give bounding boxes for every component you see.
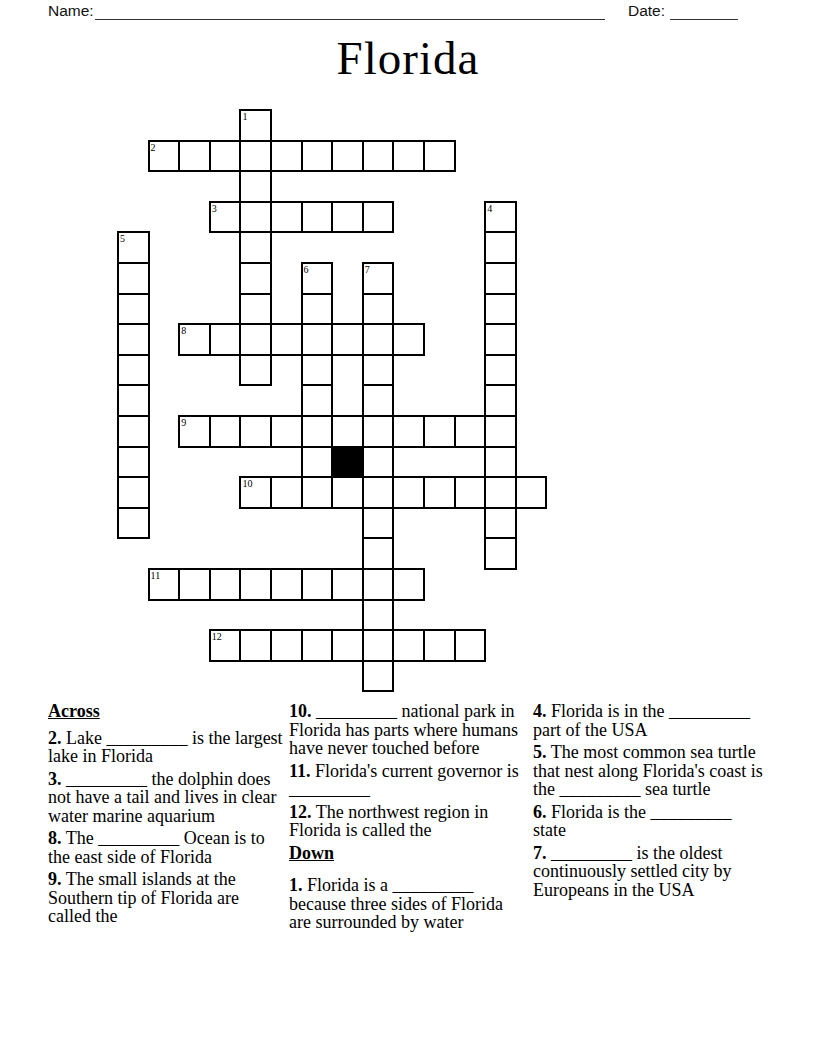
clue-number: 6. [533,802,547,822]
clue-number: 5. [533,742,547,762]
clue-number: 4. [533,701,547,721]
cell-number-1: 1 [242,112,247,122]
grid-cell[interactable] [117,293,150,326]
grid-cell[interactable] [362,354,395,387]
grid-cell[interactable] [301,354,334,387]
name-label: Name: [48,2,94,20]
grid-cell[interactable] [301,140,334,173]
cell-number-12: 12 [212,632,222,642]
grid-cell[interactable] [362,140,395,173]
grid-cell[interactable] [362,201,395,234]
grid-cell[interactable] [484,293,517,326]
grid-cell[interactable] [209,568,242,601]
cell-number-3: 3 [212,204,217,214]
grid-cell[interactable] [331,568,364,601]
grid-cell[interactable] [423,629,456,662]
grid-cell[interactable] [454,476,487,509]
grid-cell[interactable] [484,262,517,295]
grid-cell[interactable] [270,323,303,356]
grid-cell[interactable] [362,293,395,326]
grid-cell[interactable] [239,170,272,203]
grid-cell[interactable] [239,262,272,295]
grid-cell[interactable] [454,629,487,662]
grid-cell[interactable] [117,262,150,295]
grid-cell[interactable] [239,293,272,326]
grid-cell[interactable] [301,629,334,662]
grid-cell[interactable] [239,568,272,601]
grid-cell[interactable] [484,537,517,570]
grid-cell[interactable] [362,415,395,448]
grid-cell[interactable] [362,507,395,540]
clue-9: 9. The small islands at the Southern tip… [48,870,285,926]
grid-cell[interactable] [117,323,150,356]
grid-cell[interactable] [362,384,395,417]
grid-cell[interactable] [331,629,364,662]
grid-cell[interactable] [392,415,425,448]
grid-cell[interactable] [239,140,272,173]
grid-cell[interactable] [423,476,456,509]
clue-heading-down: Down [289,844,520,863]
grid-cell[interactable] [239,201,272,234]
clue-number: 12. [289,802,312,822]
grid-cell[interactable] [484,231,517,264]
grid-cell[interactable] [301,446,334,479]
grid-cell[interactable] [239,323,272,356]
grid-cell[interactable] [301,323,334,356]
grid-cell[interactable] [301,201,334,234]
grid-cell[interactable] [270,415,303,448]
grid-cell[interactable] [484,354,517,387]
crossword-grid: 123456789101112 [117,109,557,701]
clue-heading-across: Across [48,702,285,721]
black-cell [331,446,364,479]
cell-number-9: 9 [181,418,186,428]
grid-cell[interactable] [209,323,242,356]
grid-cell[interactable] [117,446,150,479]
grid-cell[interactable] [392,629,425,662]
cell-number-2: 2 [151,143,156,153]
grid-cell[interactable] [117,415,150,448]
clue-number: 7. [533,843,547,863]
clue-number: 9. [48,869,62,889]
grid-cell[interactable] [239,231,272,264]
grid-cell[interactable] [331,415,364,448]
grid-cell[interactable] [392,476,425,509]
grid-cell[interactable] [301,384,334,417]
clue-7: 7. _________ is the oldest continuously … [533,844,766,900]
grid-cell[interactable] [362,323,395,356]
clue-column-3: 4. Florida is in the _________ part of t… [533,702,766,903]
grid-cell[interactable] [423,415,456,448]
cell-number-7: 7 [365,265,370,275]
grid-cell[interactable] [117,476,150,509]
clue-4: 4. Florida is in the _________ part of t… [533,702,766,739]
grid-cell[interactable] [484,384,517,417]
clue-8: 8. The _________ Ocean is to the east si… [48,829,285,866]
clue-number: 3. [48,769,62,789]
clue-2: 2. Lake _________ is the largest lake in… [48,729,285,766]
grid-cell[interactable] [301,476,334,509]
grid-cell[interactable] [301,568,334,601]
clue-10: 10. _________ national park in Florida h… [289,702,520,758]
clue-11: 11. Florida's current governor is ______… [289,762,520,799]
grid-cell[interactable] [270,629,303,662]
grid-cell[interactable] [331,323,364,356]
cell-number-10: 10 [242,479,252,489]
clue-6: 6. Florida is the _________ state [533,803,766,840]
clue-1: 1. Florida is a _________ because three … [289,876,520,932]
grid-cell[interactable] [301,293,334,326]
clue-number: 1. [289,875,303,895]
grid-cell[interactable] [515,476,548,509]
grid-cell[interactable] [209,415,242,448]
cell-number-4: 4 [487,204,492,214]
cell-number-6: 6 [304,265,309,275]
grid-cell[interactable] [117,507,150,540]
grid-cell[interactable] [484,446,517,479]
grid-cell[interactable] [239,629,272,662]
grid-cell[interactable] [362,446,395,479]
grid-cell[interactable] [362,599,395,632]
clue-number: 11. [289,761,311,781]
clue-12: 12. The northwest region in Florida is c… [289,803,520,840]
grid-cell[interactable] [270,568,303,601]
grid-cell[interactable] [454,415,487,448]
worksheet-page: Name: Date: Florida 123456789101112 Acro… [0,0,816,1056]
name-input-line[interactable] [95,1,605,20]
clue-number: 8. [48,828,62,848]
grid-cell[interactable] [484,323,517,356]
clue-5: 5. The most common sea turtle that nest … [533,743,766,799]
clue-number: 10. [289,701,312,721]
grid-cell[interactable] [484,415,517,448]
grid-cell[interactable] [331,476,364,509]
grid-cell[interactable] [484,507,517,540]
clue-column-1: Across2. Lake _________ is the largest l… [48,702,285,930]
grid-cell[interactable] [362,537,395,570]
grid-cell[interactable] [392,140,425,173]
date-input-line[interactable] [670,1,738,20]
grid-cell[interactable] [484,476,517,509]
grid-cell[interactable] [362,629,395,662]
clue-3: 3. _________ the dolphin does not have a… [48,770,285,826]
cell-number-11: 11 [151,571,161,581]
grid-cell[interactable] [178,568,211,601]
cell-number-8: 8 [181,326,186,336]
grid-cell[interactable] [392,323,425,356]
page-title: Florida [0,33,816,85]
grid-cell[interactable] [270,476,303,509]
grid-cell[interactable] [392,568,425,601]
clue-column-2: 10. _________ national park in Florida h… [289,702,520,936]
grid-cell[interactable] [331,201,364,234]
grid-cell[interactable] [178,140,211,173]
grid-cell[interactable] [270,140,303,173]
grid-cell[interactable] [209,140,242,173]
grid-cell[interactable] [362,660,395,693]
grid-cell[interactable] [117,354,150,387]
grid-cell[interactable] [423,140,456,173]
grid-cell[interactable] [301,415,334,448]
grid-cell[interactable] [270,201,303,234]
grid-cell[interactable] [362,476,395,509]
grid-cell[interactable] [331,140,364,173]
grid-cell[interactable] [239,354,272,387]
grid-cell[interactable] [362,568,395,601]
date-label: Date: [628,2,665,20]
grid-cell[interactable] [117,384,150,417]
cell-number-5: 5 [120,234,125,244]
grid-cell[interactable] [239,415,272,448]
clue-number: 2. [48,728,62,748]
